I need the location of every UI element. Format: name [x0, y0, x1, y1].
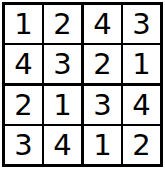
cell-r2c2[interactable]: 3	[44, 45, 84, 86]
cell-r4c4[interactable]: 2	[123, 126, 160, 164]
cell-r4c1[interactable]: 3	[5, 126, 44, 164]
cell-r1c3[interactable]: 4	[84, 5, 123, 45]
sudoku-board: 1 2 4 3 4 3 2 1 2 1 3 4 3 4 1 2	[2, 2, 163, 167]
cell-r3c2[interactable]: 1	[44, 86, 84, 126]
cell-r2c4[interactable]: 1	[123, 45, 160, 86]
cell-r4c3[interactable]: 1	[84, 126, 123, 164]
cell-r2c3[interactable]: 2	[84, 45, 123, 86]
cell-r3c3[interactable]: 3	[84, 86, 123, 126]
cell-r3c4[interactable]: 4	[123, 86, 160, 126]
cell-r3c1[interactable]: 2	[5, 86, 44, 126]
cell-r1c4[interactable]: 3	[123, 5, 160, 45]
sudoku-page: 1 2 4 3 4 3 2 1 2 1 3 4 3 4 1 2	[0, 0, 165, 169]
cell-r2c1[interactable]: 4	[5, 45, 44, 86]
cell-r1c1[interactable]: 1	[5, 5, 44, 45]
cell-r4c2[interactable]: 4	[44, 126, 84, 164]
cell-r1c2[interactable]: 2	[44, 5, 84, 45]
